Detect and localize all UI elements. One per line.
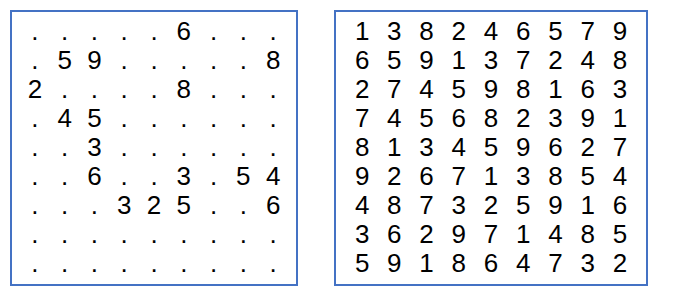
puzzle-cell: . bbox=[258, 16, 288, 45]
solution-cell: 3 bbox=[539, 103, 571, 132]
puzzle-cell: . bbox=[228, 16, 258, 45]
puzzle-cell: 3 bbox=[109, 191, 139, 220]
puzzle-cell: . bbox=[169, 45, 199, 74]
puzzle-cell: . bbox=[228, 132, 258, 161]
solution-cell: 2 bbox=[378, 162, 410, 191]
solution-cell: 4 bbox=[378, 103, 410, 132]
puzzle-cell: . bbox=[80, 16, 110, 45]
solution-cell: 9 bbox=[507, 132, 539, 161]
puzzle-cell: . bbox=[169, 132, 199, 161]
puzzle-cell: . bbox=[20, 132, 50, 161]
solution-cell: 6 bbox=[604, 191, 636, 220]
puzzle-cell: 8 bbox=[169, 74, 199, 103]
puzzle-cell: 5 bbox=[80, 103, 110, 132]
solution-cell: 9 bbox=[410, 45, 442, 74]
puzzle-cell: . bbox=[139, 16, 169, 45]
solution-cell: 2 bbox=[475, 191, 507, 220]
solution-cell: 3 bbox=[443, 191, 475, 220]
solution-cell: 6 bbox=[346, 45, 378, 74]
puzzle-cell: . bbox=[169, 103, 199, 132]
solution-cell: 7 bbox=[378, 74, 410, 103]
solution-cell: 7 bbox=[410, 191, 442, 220]
solution-cell: 5 bbox=[507, 191, 539, 220]
solution-cell: 6 bbox=[539, 132, 571, 161]
solution-cell: 7 bbox=[507, 45, 539, 74]
puzzle-cell: . bbox=[258, 249, 288, 278]
solution-cell: 7 bbox=[572, 16, 604, 45]
solution-cell: 9 bbox=[604, 16, 636, 45]
puzzle-cell: . bbox=[199, 220, 229, 249]
solution-cell: 5 bbox=[572, 162, 604, 191]
puzzle-cell: . bbox=[20, 220, 50, 249]
puzzle-cell: . bbox=[20, 16, 50, 45]
puzzle-cell: 5 bbox=[50, 45, 80, 74]
solution-cell: 1 bbox=[346, 16, 378, 45]
puzzle-cell: . bbox=[199, 132, 229, 161]
solution-cell: 2 bbox=[410, 220, 442, 249]
solution-cell: 1 bbox=[507, 220, 539, 249]
puzzle-cell: . bbox=[109, 103, 139, 132]
solution-cell: 1 bbox=[378, 132, 410, 161]
solution-cell: 9 bbox=[572, 103, 604, 132]
solution-cell: 6 bbox=[378, 220, 410, 249]
solution-cell: 3 bbox=[475, 45, 507, 74]
puzzle-cell: . bbox=[20, 45, 50, 74]
solution-cell: 9 bbox=[443, 220, 475, 249]
solution-cell: 4 bbox=[443, 132, 475, 161]
solution-cell: 3 bbox=[604, 74, 636, 103]
solution-cell: 6 bbox=[572, 74, 604, 103]
solution-cell: 5 bbox=[410, 103, 442, 132]
solution-cell: 8 bbox=[410, 16, 442, 45]
solution-cell: 4 bbox=[410, 74, 442, 103]
solution-cell: 2 bbox=[443, 16, 475, 45]
solution-cell: 4 bbox=[539, 220, 571, 249]
puzzle-cell: 2 bbox=[20, 74, 50, 103]
solution-cell: 8 bbox=[346, 132, 378, 161]
solution-cell: 7 bbox=[443, 162, 475, 191]
puzzle-cell: . bbox=[20, 191, 50, 220]
solution-cell: 3 bbox=[572, 249, 604, 278]
puzzle-cell: . bbox=[199, 249, 229, 278]
puzzle-cell: 5 bbox=[169, 191, 199, 220]
puzzle-cell: . bbox=[109, 162, 139, 191]
solution-cell: 9 bbox=[346, 162, 378, 191]
solution-cell: 4 bbox=[572, 45, 604, 74]
puzzle-cell: . bbox=[139, 45, 169, 74]
puzzle-cell: . bbox=[228, 45, 258, 74]
solution-cell: 6 bbox=[443, 103, 475, 132]
solution-cell: 3 bbox=[507, 162, 539, 191]
solution-cell: 8 bbox=[443, 249, 475, 278]
puzzle-cell: . bbox=[50, 249, 80, 278]
puzzle-cell: . bbox=[199, 191, 229, 220]
puzzle-cell: . bbox=[50, 220, 80, 249]
puzzle-cell: . bbox=[258, 132, 288, 161]
solution-cell: 1 bbox=[475, 162, 507, 191]
puzzle-cell: 4 bbox=[50, 103, 80, 132]
puzzle-cell: . bbox=[20, 162, 50, 191]
puzzle-cell: . bbox=[20, 249, 50, 278]
puzzle-cell: . bbox=[228, 220, 258, 249]
solution-cell: 5 bbox=[378, 45, 410, 74]
puzzle-cell: . bbox=[80, 249, 110, 278]
puzzle-cell: 9 bbox=[80, 45, 110, 74]
solution-cell: 7 bbox=[346, 103, 378, 132]
puzzle-cell: 2 bbox=[139, 191, 169, 220]
puzzle-cell: . bbox=[169, 220, 199, 249]
puzzle-cell: . bbox=[80, 220, 110, 249]
puzzle-cell: . bbox=[169, 249, 199, 278]
solution-cell: 2 bbox=[572, 132, 604, 161]
solution-cell: 1 bbox=[443, 45, 475, 74]
puzzle-cell: 3 bbox=[80, 132, 110, 161]
solution-cell: 8 bbox=[378, 191, 410, 220]
solution-cell: 7 bbox=[475, 220, 507, 249]
puzzle-cell: . bbox=[50, 132, 80, 161]
puzzle-cell: 6 bbox=[169, 16, 199, 45]
solution-cell: 6 bbox=[507, 16, 539, 45]
puzzle-cell: . bbox=[228, 249, 258, 278]
puzzle-cell: . bbox=[109, 45, 139, 74]
puzzle-cell: . bbox=[199, 45, 229, 74]
puzzle-cell: . bbox=[20, 103, 50, 132]
puzzle-cell: 3 bbox=[169, 162, 199, 191]
puzzle-cell: . bbox=[258, 74, 288, 103]
solution-cell: 7 bbox=[539, 249, 571, 278]
solution-cell: 2 bbox=[539, 45, 571, 74]
solution-cell: 4 bbox=[475, 16, 507, 45]
solution-cell: 1 bbox=[572, 191, 604, 220]
puzzle-cell: . bbox=[139, 132, 169, 161]
solution-cell: 6 bbox=[475, 249, 507, 278]
solution-cell: 5 bbox=[604, 220, 636, 249]
page-background: .....6....59.....82....8....45........3.… bbox=[0, 0, 674, 306]
puzzle-cell: . bbox=[50, 74, 80, 103]
solution-cell: 8 bbox=[475, 103, 507, 132]
puzzle-cell: . bbox=[109, 249, 139, 278]
solution-cell: 7 bbox=[604, 132, 636, 161]
puzzle-cell: . bbox=[109, 220, 139, 249]
puzzle-cell: . bbox=[258, 220, 288, 249]
puzzle-cell: . bbox=[80, 191, 110, 220]
solution-cell: 5 bbox=[475, 132, 507, 161]
solution-cell: 2 bbox=[507, 103, 539, 132]
solution-cell: 2 bbox=[346, 74, 378, 103]
puzzle-cell: 4 bbox=[258, 162, 288, 191]
solution-cell: 3 bbox=[410, 132, 442, 161]
solution-cell: 9 bbox=[539, 191, 571, 220]
puzzle-cell: . bbox=[199, 103, 229, 132]
solution-cell: 9 bbox=[378, 249, 410, 278]
solution-cell: 5 bbox=[539, 16, 571, 45]
puzzle-cell: 6 bbox=[258, 191, 288, 220]
puzzle-cell: . bbox=[199, 162, 229, 191]
solution-cell: 9 bbox=[475, 74, 507, 103]
puzzle-cell: . bbox=[228, 74, 258, 103]
solution-cell: 8 bbox=[604, 45, 636, 74]
solution-cell: 1 bbox=[410, 249, 442, 278]
puzzle-cell: . bbox=[258, 103, 288, 132]
puzzle-cell: . bbox=[80, 74, 110, 103]
puzzle-cell: . bbox=[228, 103, 258, 132]
puzzle-cell: . bbox=[109, 74, 139, 103]
solution-cell: 2 bbox=[604, 249, 636, 278]
sudoku-solution-board: 1382465796591372482745981637456823918134… bbox=[334, 10, 648, 286]
puzzle-cell: . bbox=[199, 16, 229, 45]
puzzle-cell: . bbox=[50, 162, 80, 191]
solution-cell: 5 bbox=[443, 74, 475, 103]
puzzle-cell: 6 bbox=[80, 162, 110, 191]
puzzle-cell: . bbox=[139, 103, 169, 132]
puzzle-cell: . bbox=[50, 191, 80, 220]
puzzle-cell: . bbox=[199, 74, 229, 103]
solution-cell: 4 bbox=[604, 162, 636, 191]
solution-cell: 5 bbox=[346, 249, 378, 278]
solution-cell: 3 bbox=[378, 16, 410, 45]
puzzle-cell: . bbox=[139, 220, 169, 249]
puzzle-cell: . bbox=[139, 249, 169, 278]
solution-cell: 4 bbox=[507, 249, 539, 278]
solution-cell: 3 bbox=[346, 220, 378, 249]
puzzle-cell: . bbox=[50, 16, 80, 45]
puzzle-cell: . bbox=[109, 132, 139, 161]
solution-cell: 8 bbox=[507, 74, 539, 103]
sudoku-puzzle-board: .....6....59.....82....8....45........3.… bbox=[10, 10, 298, 286]
solution-cell: 6 bbox=[410, 162, 442, 191]
solution-cell: 1 bbox=[539, 74, 571, 103]
puzzle-cell: 5 bbox=[228, 162, 258, 191]
solution-cell: 1 bbox=[604, 103, 636, 132]
puzzle-cell: . bbox=[228, 191, 258, 220]
puzzle-cell: . bbox=[139, 162, 169, 191]
solution-cell: 4 bbox=[346, 191, 378, 220]
solution-cell: 8 bbox=[539, 162, 571, 191]
solution-cell: 8 bbox=[572, 220, 604, 249]
puzzle-cell: . bbox=[139, 74, 169, 103]
puzzle-cell: 8 bbox=[258, 45, 288, 74]
puzzle-cell: . bbox=[109, 16, 139, 45]
